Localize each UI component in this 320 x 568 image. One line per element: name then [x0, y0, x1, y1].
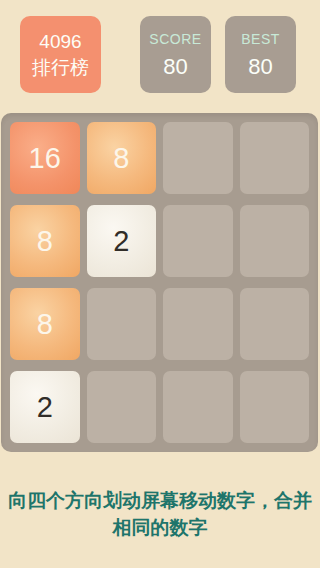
- empty-cell-r1c2: [163, 205, 233, 277]
- empty-cell-r0c3: [240, 122, 310, 194]
- tile-8-r1c0: 8: [10, 205, 80, 277]
- score-label: SCORE: [140, 31, 211, 47]
- instructions: 向四个方向划动屏幕移动数字，合并 相同的数字: [0, 487, 320, 541]
- app-title: 4096: [39, 29, 81, 55]
- best-badge: BEST 80: [225, 16, 296, 93]
- empty-cell-r3c1: [87, 371, 157, 443]
- best-label: BEST: [225, 31, 296, 47]
- instructions-line1: 向四个方向划动屏幕移动数字，合并: [0, 487, 320, 514]
- tile-2-r1c1: 2: [87, 205, 157, 277]
- empty-cell-r0c2: [163, 122, 233, 194]
- empty-cell-r2c3: [240, 288, 310, 360]
- game-screen: 4096 排行榜 SCORE 80 BEST 80 1688282 向四个方向划…: [0, 0, 320, 568]
- tile-2-r3c0: 2: [10, 371, 80, 443]
- game-board[interactable]: 1688282: [1, 113, 318, 452]
- empty-cell-r2c1: [87, 288, 157, 360]
- empty-cell-r3c3: [240, 371, 310, 443]
- tile-8-r0c1: 8: [87, 122, 157, 194]
- empty-cell-r1c3: [240, 205, 310, 277]
- score-value: 80: [140, 54, 211, 80]
- empty-cell-r2c2: [163, 288, 233, 360]
- leaderboard-button[interactable]: 4096 排行榜: [20, 16, 101, 93]
- empty-cell-r3c2: [163, 371, 233, 443]
- best-value: 80: [225, 54, 296, 80]
- leaderboard-label: 排行榜: [32, 55, 89, 81]
- tile-8-r2c0: 8: [10, 288, 80, 360]
- instructions-line2: 相同的数字: [0, 514, 320, 541]
- tile-16-r0c0: 16: [10, 122, 80, 194]
- score-badge: SCORE 80: [140, 16, 211, 93]
